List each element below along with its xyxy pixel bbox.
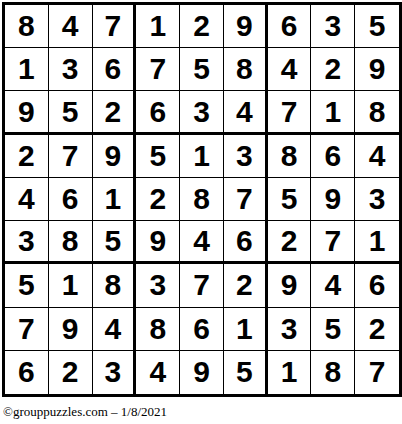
sudoku-cell-r6c1: 3	[5, 221, 49, 264]
sudoku-cell-r1c3: 7	[93, 5, 137, 48]
sudoku-cell-r9c4: 4	[136, 351, 180, 394]
sudoku-cell-r9c6: 5	[224, 351, 268, 394]
sudoku-cell-r6c5: 4	[180, 221, 224, 264]
sudoku-cell-r4c4: 5	[136, 135, 180, 178]
sudoku-cell-r2c7: 4	[268, 48, 312, 91]
sudoku-cell-r5c9: 3	[355, 178, 399, 221]
sudoku-cell-r6c6: 6	[224, 221, 268, 264]
sudoku-cell-r3c3: 2	[93, 91, 137, 134]
sudoku-cell-r6c9: 1	[355, 221, 399, 264]
sudoku-cell-r8c4: 8	[136, 308, 180, 351]
sudoku-cell-r8c6: 1	[224, 308, 268, 351]
sudoku-cell-r9c3: 3	[93, 351, 137, 394]
sudoku-cell-r7c2: 1	[49, 264, 93, 307]
sudoku-cell-r4c5: 1	[180, 135, 224, 178]
sudoku-cell-r7c5: 7	[180, 264, 224, 307]
sudoku-cell-r1c1: 8	[5, 5, 49, 48]
sudoku-board: 8471296351367584299526347182795138644612…	[2, 2, 402, 397]
sudoku-cell-r3c4: 6	[136, 91, 180, 134]
sudoku-cell-r3c8: 1	[311, 91, 355, 134]
sudoku-cell-r3c5: 3	[180, 91, 224, 134]
sudoku-cell-r8c8: 5	[311, 308, 355, 351]
sudoku-cell-r1c5: 2	[180, 5, 224, 48]
sudoku-cell-r7c9: 6	[355, 264, 399, 307]
sudoku-cell-r2c8: 2	[311, 48, 355, 91]
sudoku-cell-r3c2: 5	[49, 91, 93, 134]
sudoku-cell-r5c7: 5	[268, 178, 312, 221]
sudoku-cell-r4c3: 9	[93, 135, 137, 178]
sudoku-cell-r3c9: 8	[355, 91, 399, 134]
sudoku-cell-r5c3: 1	[93, 178, 137, 221]
sudoku-cell-r4c9: 4	[355, 135, 399, 178]
sudoku-cell-r6c8: 7	[311, 221, 355, 264]
copyright-credit: ©grouppuzzles.com – 1/8/2021	[3, 404, 167, 420]
sudoku-cell-r8c9: 2	[355, 308, 399, 351]
sudoku-cell-r9c2: 2	[49, 351, 93, 394]
sudoku-cell-r9c5: 9	[180, 351, 224, 394]
sudoku-cell-r8c5: 6	[180, 308, 224, 351]
sudoku-cell-r1c2: 4	[49, 5, 93, 48]
sudoku-cell-r2c9: 9	[355, 48, 399, 91]
sudoku-cell-r7c6: 2	[224, 264, 268, 307]
sudoku-cell-r1c6: 9	[224, 5, 268, 48]
sudoku-cell-r6c7: 2	[268, 221, 312, 264]
sudoku-cell-r6c2: 8	[49, 221, 93, 264]
sudoku-cell-r9c9: 7	[355, 351, 399, 394]
sudoku-cell-r9c1: 6	[5, 351, 49, 394]
sudoku-cell-r1c8: 3	[311, 5, 355, 48]
sudoku-cell-r8c3: 4	[93, 308, 137, 351]
sudoku-cell-r2c5: 5	[180, 48, 224, 91]
sudoku-cell-r1c4: 1	[136, 5, 180, 48]
sudoku-cell-r5c2: 6	[49, 178, 93, 221]
sudoku-cell-r7c7: 9	[268, 264, 312, 307]
sudoku-cell-r5c8: 9	[311, 178, 355, 221]
sudoku-cell-r8c7: 3	[268, 308, 312, 351]
sudoku-cell-r5c6: 7	[224, 178, 268, 221]
sudoku-cell-r5c4: 2	[136, 178, 180, 221]
sudoku-cell-r7c8: 4	[311, 264, 355, 307]
sudoku-cell-r6c4: 9	[136, 221, 180, 264]
sudoku-cell-r9c7: 1	[268, 351, 312, 394]
sudoku-cell-r3c7: 7	[268, 91, 312, 134]
sudoku-cell-r2c2: 3	[49, 48, 93, 91]
sudoku-cell-r5c1: 4	[5, 178, 49, 221]
sudoku-cell-r4c7: 8	[268, 135, 312, 178]
sudoku-cell-r4c6: 3	[224, 135, 268, 178]
sudoku-cell-r6c3: 5	[93, 221, 137, 264]
sudoku-cell-r2c4: 7	[136, 48, 180, 91]
sudoku-cell-r8c2: 9	[49, 308, 93, 351]
sudoku-cell-r5c5: 8	[180, 178, 224, 221]
sudoku-cell-r7c4: 3	[136, 264, 180, 307]
sudoku-cell-r4c8: 6	[311, 135, 355, 178]
sudoku-cell-r8c1: 7	[5, 308, 49, 351]
sudoku-cell-r1c9: 5	[355, 5, 399, 48]
sudoku-cell-r3c1: 9	[5, 91, 49, 134]
sudoku-cell-r7c3: 8	[93, 264, 137, 307]
sudoku-cell-r1c7: 6	[268, 5, 312, 48]
sudoku-cell-r7c1: 5	[5, 264, 49, 307]
sudoku-cell-r2c3: 6	[93, 48, 137, 91]
sudoku-cell-r2c1: 1	[5, 48, 49, 91]
sudoku-cell-r4c1: 2	[5, 135, 49, 178]
sudoku-cell-r3c6: 4	[224, 91, 268, 134]
sudoku-cell-r2c6: 8	[224, 48, 268, 91]
sudoku-cell-r4c2: 7	[49, 135, 93, 178]
sudoku-cell-r9c8: 8	[311, 351, 355, 394]
